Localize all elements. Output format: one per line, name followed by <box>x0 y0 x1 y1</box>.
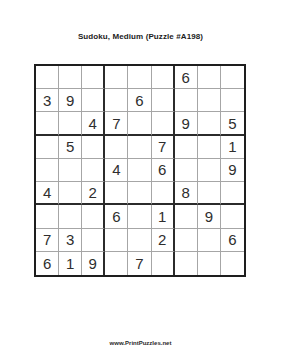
cell-r4c1[interactable] <box>36 136 59 159</box>
cell-r7c6[interactable]: 1 <box>152 205 175 228</box>
cell-r2c1[interactable]: 3 <box>36 89 59 112</box>
cell-r9c4[interactable] <box>105 252 128 275</box>
cell-r9c5[interactable]: 7 <box>128 252 151 275</box>
cell-r8c6[interactable]: 2 <box>152 229 175 252</box>
cell-r2c2[interactable]: 9 <box>59 89 82 112</box>
cell-r4c8[interactable] <box>198 136 221 159</box>
cell-r6c2[interactable] <box>59 182 82 205</box>
cell-r3c7[interactable]: 9 <box>175 112 198 135</box>
cell-r1c3[interactable] <box>82 66 105 89</box>
cell-r2c9[interactable] <box>221 89 244 112</box>
cell-r7c5[interactable] <box>128 205 151 228</box>
cell-r7c7[interactable] <box>175 205 198 228</box>
cell-r7c9[interactable] <box>221 205 244 228</box>
page-title: Sudoku, Medium (Puzzle #A198) <box>0 32 281 41</box>
cell-r4c4[interactable] <box>105 136 128 159</box>
cell-r3c9[interactable]: 5 <box>221 112 244 135</box>
cell-r3c8[interactable] <box>198 112 221 135</box>
cell-r8c9[interactable]: 6 <box>221 229 244 252</box>
cell-r2c5[interactable]: 6 <box>128 89 151 112</box>
cell-r3c5[interactable] <box>128 112 151 135</box>
cell-r2c4[interactable] <box>105 89 128 112</box>
cell-r5c3[interactable] <box>82 159 105 182</box>
cell-r6c9[interactable] <box>221 182 244 205</box>
cell-r1c8[interactable] <box>198 66 221 89</box>
cell-r5c6[interactable]: 6 <box>152 159 175 182</box>
cell-r6c7[interactable]: 8 <box>175 182 198 205</box>
cell-r5c9[interactable]: 9 <box>221 159 244 182</box>
cell-r3c2[interactable] <box>59 112 82 135</box>
cell-r5c8[interactable] <box>198 159 221 182</box>
cell-r1c2[interactable] <box>59 66 82 89</box>
cell-r3c6[interactable] <box>152 112 175 135</box>
cell-r8c4[interactable] <box>105 229 128 252</box>
cell-r9c3[interactable]: 9 <box>82 252 105 275</box>
cell-r4c7[interactable] <box>175 136 198 159</box>
cell-r1c1[interactable] <box>36 66 59 89</box>
cell-r8c5[interactable] <box>128 229 151 252</box>
cell-r3c1[interactable] <box>36 112 59 135</box>
cell-r8c2[interactable]: 3 <box>59 229 82 252</box>
cell-r9c9[interactable] <box>221 252 244 275</box>
cell-r7c4[interactable]: 6 <box>105 205 128 228</box>
cell-r9c1[interactable]: 6 <box>36 252 59 275</box>
cell-r8c7[interactable] <box>175 229 198 252</box>
cell-r1c6[interactable] <box>152 66 175 89</box>
cell-r6c6[interactable] <box>152 182 175 205</box>
cell-r5c5[interactable] <box>128 159 151 182</box>
cell-r8c1[interactable]: 7 <box>36 229 59 252</box>
cell-r9c2[interactable]: 1 <box>59 252 82 275</box>
cell-r7c8[interactable]: 9 <box>198 205 221 228</box>
cell-r5c1[interactable] <box>36 159 59 182</box>
cell-r5c4[interactable]: 4 <box>105 159 128 182</box>
cell-r4c9[interactable]: 1 <box>221 136 244 159</box>
footer-site-url: www.PrintPuzzles.net <box>0 340 281 346</box>
cell-r8c3[interactable] <box>82 229 105 252</box>
cell-r4c2[interactable]: 5 <box>59 136 82 159</box>
cell-r2c3[interactable] <box>82 89 105 112</box>
cell-r3c3[interactable]: 4 <box>82 112 105 135</box>
cell-r2c7[interactable] <box>175 89 198 112</box>
cell-r2c8[interactable] <box>198 89 221 112</box>
cell-r7c1[interactable] <box>36 205 59 228</box>
cell-r1c9[interactable] <box>221 66 244 89</box>
cell-r6c8[interactable] <box>198 182 221 205</box>
cell-r7c2[interactable] <box>59 205 82 228</box>
cell-r2c6[interactable] <box>152 89 175 112</box>
cell-r9c6[interactable] <box>152 252 175 275</box>
cell-r6c4[interactable] <box>105 182 128 205</box>
cell-r6c3[interactable]: 2 <box>82 182 105 205</box>
cell-r4c3[interactable] <box>82 136 105 159</box>
cell-r5c7[interactable] <box>175 159 198 182</box>
cell-r4c5[interactable] <box>128 136 151 159</box>
cell-r1c7[interactable]: 6 <box>175 66 198 89</box>
cell-r6c5[interactable] <box>128 182 151 205</box>
cell-r9c7[interactable] <box>175 252 198 275</box>
cell-r8c8[interactable] <box>198 229 221 252</box>
cell-r9c8[interactable] <box>198 252 221 275</box>
cell-r1c5[interactable] <box>128 66 151 89</box>
sudoku-board: 6396479557146942861973266197 <box>34 64 246 277</box>
cell-r6c1[interactable]: 4 <box>36 182 59 205</box>
cell-r4c6[interactable]: 7 <box>152 136 175 159</box>
cell-r3c4[interactable]: 7 <box>105 112 128 135</box>
cell-r5c2[interactable] <box>59 159 82 182</box>
cell-r7c3[interactable] <box>82 205 105 228</box>
cell-r1c4[interactable] <box>105 66 128 89</box>
